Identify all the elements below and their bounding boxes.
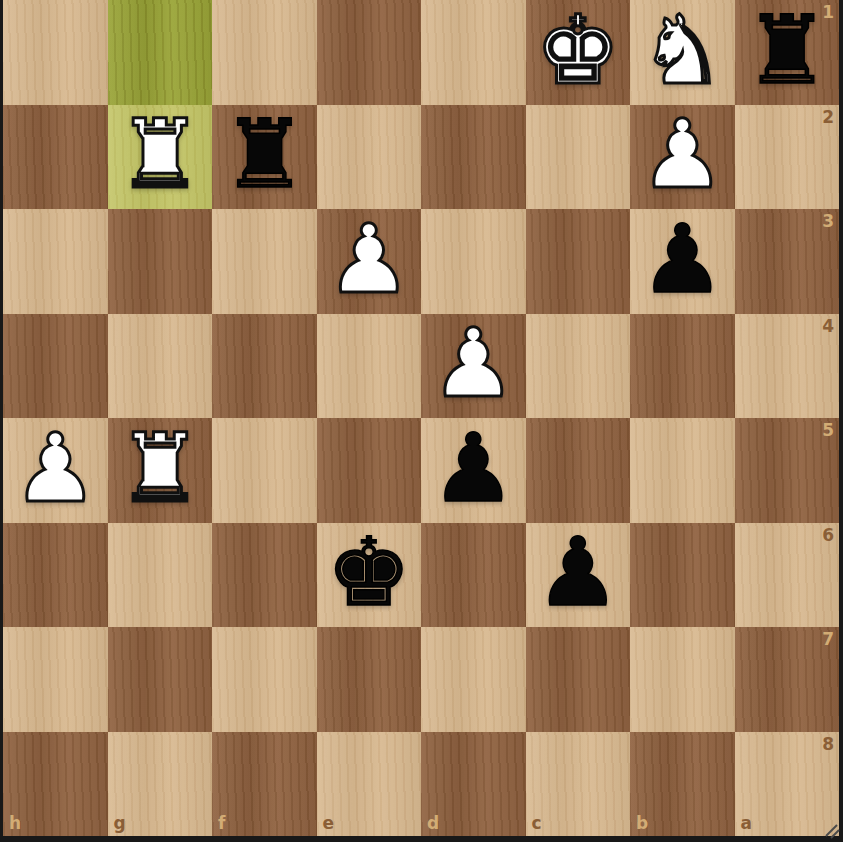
square-b7[interactable] bbox=[630, 627, 735, 732]
square-g7[interactable] bbox=[108, 627, 213, 732]
square-c8[interactable]: c bbox=[526, 732, 631, 837]
square-h5[interactable]: ♟ bbox=[3, 418, 108, 523]
square-g8[interactable]: g bbox=[108, 732, 213, 837]
square-f2[interactable]: ♜ bbox=[212, 105, 317, 210]
square-d3[interactable] bbox=[421, 209, 526, 314]
file-label: e bbox=[323, 815, 335, 832]
square-c1[interactable]: ♚ bbox=[526, 0, 631, 105]
square-c3[interactable] bbox=[526, 209, 631, 314]
square-d5[interactable]: ♟ bbox=[421, 418, 526, 523]
square-f6[interactable] bbox=[212, 523, 317, 628]
square-d7[interactable] bbox=[421, 627, 526, 732]
square-c7[interactable] bbox=[526, 627, 631, 732]
rank-label: 8 bbox=[822, 736, 834, 753]
square-d4[interactable]: ♟ bbox=[421, 314, 526, 419]
piece-white-king[interactable]: ♚ bbox=[535, 3, 620, 98]
board-resize-handle-icon[interactable] bbox=[824, 823, 840, 839]
square-b3[interactable]: ♟ bbox=[630, 209, 735, 314]
square-a4[interactable]: 4 bbox=[735, 314, 840, 419]
square-b5[interactable] bbox=[630, 418, 735, 523]
square-h7[interactable] bbox=[3, 627, 108, 732]
square-h6[interactable] bbox=[3, 523, 108, 628]
square-e7[interactable] bbox=[317, 627, 422, 732]
square-h8[interactable]: h bbox=[3, 732, 108, 837]
file-label: c bbox=[532, 815, 542, 832]
rank-label: 7 bbox=[822, 631, 834, 648]
piece-black-king[interactable]: ♚ bbox=[326, 525, 411, 620]
square-g4[interactable] bbox=[108, 314, 213, 419]
piece-white-pawn[interactable]: ♟ bbox=[13, 421, 98, 516]
square-b6[interactable] bbox=[630, 523, 735, 628]
square-a6[interactable]: 6 bbox=[735, 523, 840, 628]
square-e2[interactable] bbox=[317, 105, 422, 210]
square-f7[interactable] bbox=[212, 627, 317, 732]
square-a8[interactable]: 8a bbox=[735, 732, 840, 837]
rank-label: 6 bbox=[822, 527, 834, 544]
square-d8[interactable]: d bbox=[421, 732, 526, 837]
square-e8[interactable]: e bbox=[317, 732, 422, 837]
piece-white-pawn[interactable]: ♟ bbox=[431, 316, 516, 411]
square-e3[interactable]: ♟ bbox=[317, 209, 422, 314]
square-a3[interactable]: 3 bbox=[735, 209, 840, 314]
square-f3[interactable] bbox=[212, 209, 317, 314]
square-a7[interactable]: 7 bbox=[735, 627, 840, 732]
square-g3[interactable] bbox=[108, 209, 213, 314]
square-f1[interactable] bbox=[212, 0, 317, 105]
piece-black-pawn[interactable]: ♟ bbox=[431, 421, 516, 516]
square-e4[interactable] bbox=[317, 314, 422, 419]
file-label: b bbox=[636, 815, 648, 832]
piece-black-pawn[interactable]: ♟ bbox=[535, 525, 620, 620]
square-h3[interactable] bbox=[3, 209, 108, 314]
file-label: f bbox=[218, 815, 225, 832]
rank-label: 4 bbox=[822, 318, 834, 335]
piece-white-rook[interactable]: ♜ bbox=[117, 421, 202, 516]
rank-label: 2 bbox=[822, 109, 834, 126]
square-f5[interactable] bbox=[212, 418, 317, 523]
square-f8[interactable]: f bbox=[212, 732, 317, 837]
square-a5[interactable]: 5 bbox=[735, 418, 840, 523]
piece-white-rook[interactable]: ♜ bbox=[117, 107, 202, 202]
piece-white-pawn[interactable]: ♟ bbox=[326, 212, 411, 307]
square-d6[interactable] bbox=[421, 523, 526, 628]
square-c2[interactable] bbox=[526, 105, 631, 210]
page-background: ♚♞1♜♜♜♟2♟♟3♟4♟♜♟5♚♟67hgfedcb8a bbox=[0, 0, 843, 842]
square-f4[interactable] bbox=[212, 314, 317, 419]
chess-board: ♚♞1♜♜♜♟2♟♟3♟4♟♜♟5♚♟67hgfedcb8a bbox=[3, 0, 839, 836]
square-g2[interactable]: ♜ bbox=[108, 105, 213, 210]
square-h4[interactable] bbox=[3, 314, 108, 419]
file-label: d bbox=[427, 815, 439, 832]
square-c4[interactable] bbox=[526, 314, 631, 419]
square-b1[interactable]: ♞ bbox=[630, 0, 735, 105]
file-label: g bbox=[114, 815, 126, 832]
rank-label: 5 bbox=[822, 422, 834, 439]
square-a1[interactable]: 1♜ bbox=[735, 0, 840, 105]
square-b4[interactable] bbox=[630, 314, 735, 419]
square-g5[interactable]: ♜ bbox=[108, 418, 213, 523]
file-label: a bbox=[741, 815, 752, 832]
square-c6[interactable]: ♟ bbox=[526, 523, 631, 628]
square-e1[interactable] bbox=[317, 0, 422, 105]
square-e5[interactable] bbox=[317, 418, 422, 523]
square-a2[interactable]: 2 bbox=[735, 105, 840, 210]
file-label: h bbox=[9, 815, 21, 832]
square-d2[interactable] bbox=[421, 105, 526, 210]
square-h2[interactable] bbox=[3, 105, 108, 210]
square-g6[interactable] bbox=[108, 523, 213, 628]
piece-black-pawn[interactable]: ♟ bbox=[640, 212, 725, 307]
square-b8[interactable]: b bbox=[630, 732, 735, 837]
square-c5[interactable] bbox=[526, 418, 631, 523]
square-b2[interactable]: ♟ bbox=[630, 105, 735, 210]
square-g1[interactable] bbox=[108, 0, 213, 105]
piece-white-pawn[interactable]: ♟ bbox=[640, 107, 725, 202]
square-e6[interactable]: ♚ bbox=[317, 523, 422, 628]
rank-label: 3 bbox=[822, 213, 834, 230]
piece-black-rook[interactable]: ♜ bbox=[222, 107, 307, 202]
square-d1[interactable] bbox=[421, 0, 526, 105]
square-h1[interactable] bbox=[3, 0, 108, 105]
piece-white-knight[interactable]: ♞ bbox=[640, 3, 725, 98]
piece-black-rook[interactable]: ♜ bbox=[744, 3, 829, 98]
